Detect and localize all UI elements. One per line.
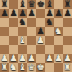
square-d5[interactable] [27,27,36,36]
square-g4[interactable] [54,36,63,45]
white-bishop-piece[interactable]: ♝ [18,63,26,72]
square-e4[interactable]: ♟ [36,36,45,45]
black-pawn-piece[interactable]: ♟ [54,9,62,18]
white-knight-piece[interactable]: ♞ [54,27,62,36]
square-d6[interactable] [27,18,36,27]
square-b6[interactable] [9,18,18,27]
white-pawn-piece[interactable]: ♟ [54,54,62,63]
square-e1[interactable]: ♚ [36,63,45,72]
square-c4[interactable]: ♝ [18,36,27,45]
square-b1[interactable]: ♞ [9,63,18,72]
square-h4[interactable] [63,36,72,45]
square-f2[interactable]: ♟ [45,54,54,63]
square-h7[interactable]: ♟ [63,9,72,18]
square-g1[interactable] [54,63,63,72]
white-pawn-piece[interactable]: ♟ [36,36,44,45]
square-c1[interactable]: ♝ [18,63,27,72]
square-h5[interactable] [63,27,72,36]
black-king-piece[interactable]: ♚ [36,0,44,9]
square-f1[interactable] [45,63,54,72]
white-queen-piece[interactable]: ♛ [27,63,35,72]
white-rook-piece[interactable]: ♜ [63,63,71,72]
square-h6[interactable] [63,18,72,27]
square-e8[interactable]: ♚ [36,0,45,9]
square-f4[interactable] [45,36,54,45]
square-a6[interactable] [0,18,9,27]
square-a4[interactable] [0,36,9,45]
square-d4[interactable] [27,36,36,45]
white-pawn-piece[interactable]: ♟ [45,54,53,63]
square-g7[interactable]: ♟ [54,9,63,18]
square-b7[interactable]: ♟ [9,9,18,18]
square-e7[interactable] [36,9,45,18]
black-pawn-piece[interactable]: ♟ [63,9,71,18]
black-knight-piece[interactable]: ♞ [18,18,26,27]
square-a1[interactable]: ♜ [0,63,9,72]
square-f5[interactable] [45,27,54,36]
square-b4[interactable] [9,36,18,45]
square-f6[interactable]: ♞ [45,18,54,27]
black-pawn-piece[interactable]: ♟ [9,9,17,18]
square-h1[interactable]: ♜ [63,63,72,72]
square-b5[interactable] [9,27,18,36]
white-bishop-piece[interactable]: ♝ [18,36,26,45]
white-knight-piece[interactable]: ♞ [9,63,17,72]
square-g2[interactable]: ♟ [54,54,63,63]
chess-board: ♜♝♛♚♝♜♟♟♟♟♟♟♟♞♞♟♞♝♟♟♟♟♟♟♟♟♜♞♝♛♚♜ [0,0,72,72]
black-pawn-piece[interactable]: ♟ [0,9,8,18]
square-a5[interactable] [0,27,9,36]
square-c6[interactable]: ♞ [18,18,27,27]
white-rook-piece[interactable]: ♜ [0,63,8,72]
square-d7[interactable]: ♟ [27,9,36,18]
white-king-piece[interactable]: ♚ [36,63,44,72]
square-a7[interactable]: ♟ [0,9,9,18]
black-pawn-piece[interactable]: ♟ [27,9,35,18]
square-g5[interactable]: ♞ [54,27,63,36]
square-e3[interactable] [36,45,45,54]
square-d1[interactable]: ♛ [27,63,36,72]
black-knight-piece[interactable]: ♞ [45,18,53,27]
